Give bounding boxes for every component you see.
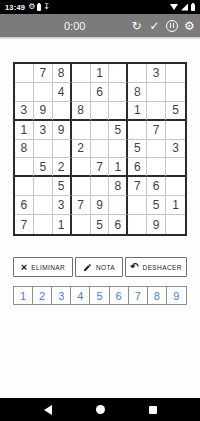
cell-r3c6[interactable]	[109, 102, 128, 121]
cell-r5c9[interactable]: 3	[166, 140, 185, 159]
sudoku-board: 7813468398151395782535271658766379517156…	[13, 62, 187, 236]
status-bar-left: 13:49 ⚙↧	[5, 3, 50, 12]
numpad-5[interactable]: 5	[90, 287, 109, 304]
cell-r7c5[interactable]	[91, 177, 110, 196]
numpad-2[interactable]: 2	[33, 287, 52, 304]
cell-r3c9[interactable]: 5	[166, 102, 185, 121]
nota-button[interactable]: NOTA	[75, 257, 123, 277]
cell-r2c5[interactable]: 6	[91, 83, 110, 102]
cell-r4c7[interactable]	[128, 121, 147, 140]
cell-r9c8[interactable]: 9	[147, 215, 166, 234]
cell-r7c4[interactable]	[72, 177, 91, 196]
cell-r3c3[interactable]	[53, 102, 72, 121]
status-bar-right	[170, 4, 195, 11]
numpad-6[interactable]: 6	[110, 287, 129, 304]
cell-r1c5[interactable]: 1	[91, 64, 110, 83]
cell-r6c4[interactable]	[72, 158, 91, 177]
cell-r9c1[interactable]: 7	[15, 215, 34, 234]
cell-r5c1[interactable]: 8	[15, 140, 34, 159]
cell-r8c4[interactable]: 7	[72, 196, 91, 215]
cell-r4c2[interactable]: 3	[34, 121, 53, 140]
cell-r6c3[interactable]: 2	[53, 158, 72, 177]
cell-r3c2[interactable]: 9	[34, 102, 53, 121]
cell-r1c6[interactable]	[109, 64, 128, 83]
cell-r7c8[interactable]: 6	[147, 177, 166, 196]
eliminar-button[interactable]: ×ELIMINAR	[13, 257, 73, 277]
pause-icon[interactable]	[166, 20, 178, 32]
undo-icon: ↶	[130, 262, 138, 272]
cell-r8c8[interactable]: 5	[147, 196, 166, 215]
cell-r7c6[interactable]: 8	[109, 177, 128, 196]
action-label: DESHACER	[143, 264, 182, 271]
cell-r2c9[interactable]	[166, 83, 185, 102]
settings-icon[interactable]: ⚙	[183, 20, 196, 32]
restart-icon[interactable]: ↻	[130, 20, 143, 32]
game-timer: 0:00	[64, 20, 85, 32]
pencil-icon	[83, 263, 92, 272]
cell-r4c8[interactable]: 7	[147, 121, 166, 140]
action-label: NOTA	[96, 264, 115, 271]
cell-r5c3[interactable]	[53, 140, 72, 159]
cell-r7c2[interactable]	[34, 177, 53, 196]
wifi-icon	[170, 4, 178, 10]
cell-r8c2[interactable]	[34, 196, 53, 215]
cell-r6c6[interactable]: 1	[109, 158, 128, 177]
battery-icon	[191, 4, 195, 11]
toolbar: 0:00 ↻✓⚙	[0, 14, 200, 37]
cell-r5c6[interactable]	[109, 140, 128, 159]
cell-r8c9[interactable]: 1	[166, 196, 185, 215]
cell-r6c8[interactable]	[147, 158, 166, 177]
android-nav-bar	[0, 398, 200, 421]
cell-r1c9[interactable]	[166, 64, 185, 83]
cell-r7c9[interactable]	[166, 177, 185, 196]
cell-r9c3[interactable]: 1	[53, 215, 72, 234]
numpad-7[interactable]: 7	[129, 287, 148, 304]
cell-r4c5[interactable]	[91, 121, 110, 140]
cell-r5c4[interactable]: 2	[72, 140, 91, 159]
cell-r2c4[interactable]	[72, 83, 91, 102]
cell-r8c6[interactable]	[109, 196, 128, 215]
cell-r9c5[interactable]: 5	[91, 215, 110, 234]
number-pad: 123456789	[13, 286, 187, 305]
toolbar-icons: ↻✓⚙	[130, 20, 196, 32]
cell-r1c3[interactable]: 8	[53, 64, 72, 83]
cell-r4c3[interactable]: 9	[53, 121, 72, 140]
cell-r9c2[interactable]	[34, 215, 53, 234]
cell-r3c7[interactable]: 1	[128, 102, 147, 121]
cell-r6c5[interactable]: 7	[91, 158, 110, 177]
cell-r9c4[interactable]	[72, 215, 91, 234]
numpad-3[interactable]: 3	[52, 287, 71, 304]
home-button[interactable]	[96, 405, 105, 414]
cell-r7c7[interactable]: 7	[128, 177, 147, 196]
cell-r2c7[interactable]: 8	[128, 83, 147, 102]
cell-r6c1[interactable]	[15, 158, 34, 177]
status-bar: 13:49 ⚙↧	[0, 0, 200, 14]
cell-r8c7[interactable]	[128, 196, 147, 215]
cell-r6c9[interactable]	[166, 158, 185, 177]
cell-r5c8[interactable]	[147, 140, 166, 159]
cell-r3c8[interactable]	[147, 102, 166, 121]
numpad-4[interactable]: 4	[71, 287, 90, 304]
cell-r7c3[interactable]: 5	[53, 177, 72, 196]
cell-r9c7[interactable]	[128, 215, 147, 234]
action-label: ELIMINAR	[31, 264, 65, 271]
cell-r2c1[interactable]	[15, 83, 34, 102]
cell-r4c1[interactable]: 1	[15, 121, 34, 140]
numpad-8[interactable]: 8	[148, 287, 167, 304]
cell-r1c2[interactable]: 7	[34, 64, 53, 83]
signal-icon	[181, 4, 188, 11]
download-icon: ↧	[43, 3, 50, 11]
cell-r2c8[interactable]	[147, 83, 166, 102]
action-bar: ×ELIMINARNOTA↶DESHACER	[13, 257, 187, 277]
cell-r2c3[interactable]: 4	[53, 83, 72, 102]
recents-button[interactable]	[149, 406, 157, 414]
cell-r4c9[interactable]	[166, 121, 185, 140]
cell-r8c3[interactable]: 3	[53, 196, 72, 215]
numpad-9[interactable]: 9	[167, 287, 186, 304]
x-icon: ×	[21, 262, 27, 273]
cell-r8c5[interactable]: 9	[91, 196, 110, 215]
cell-r3c4[interactable]: 8	[72, 102, 91, 121]
cell-r9c9[interactable]	[166, 215, 185, 234]
gear-icon: ⚙	[28, 3, 35, 11]
cell-r2c6[interactable]	[109, 83, 128, 102]
status-left-icons: ⚙↧	[28, 3, 50, 11]
cell-r5c2[interactable]	[34, 140, 53, 159]
cell-r5c7[interactable]: 5	[128, 140, 147, 159]
back-button[interactable]	[44, 405, 52, 415]
numpad-1[interactable]: 1	[14, 287, 33, 304]
cell-r1c4[interactable]	[72, 64, 91, 83]
cell-r3c1[interactable]: 3	[15, 102, 34, 121]
cell-r1c1[interactable]	[15, 64, 34, 83]
cell-r8c1[interactable]: 6	[15, 196, 34, 215]
cell-r4c4[interactable]	[72, 121, 91, 140]
cell-r9c6[interactable]: 6	[109, 215, 128, 234]
deshacer-button[interactable]: ↶DESHACER	[125, 257, 187, 277]
cell-r3c5[interactable]	[91, 102, 110, 121]
cell-r5c5[interactable]	[91, 140, 110, 159]
cell-r6c2[interactable]: 5	[34, 158, 53, 177]
cell-r4c6[interactable]: 5	[109, 121, 128, 140]
cell-r7c1[interactable]	[15, 177, 34, 196]
cell-r1c7[interactable]	[128, 64, 147, 83]
cell-r1c8[interactable]: 3	[147, 64, 166, 83]
cell-r2c2[interactable]	[34, 83, 53, 102]
battery-notification-icon	[37, 4, 41, 11]
cell-r6c7[interactable]: 6	[128, 158, 147, 177]
check-icon[interactable]: ✓	[148, 20, 161, 32]
clock: 13:49	[5, 3, 25, 12]
